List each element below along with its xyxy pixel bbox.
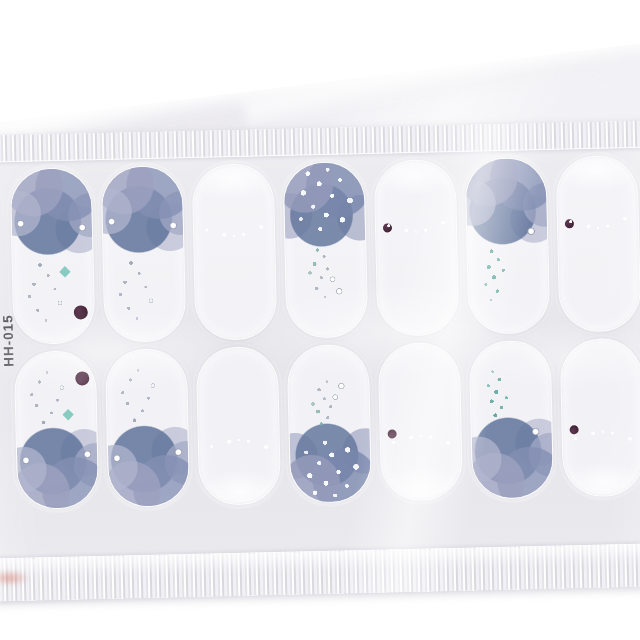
nail-sticker-r1c7 [555, 155, 640, 333]
pink-smudge [0, 570, 30, 586]
nail-sticker-r2c3 [196, 346, 282, 506]
nail-sticker-r1c4 [282, 161, 368, 339]
plum-dot-accent [565, 219, 574, 228]
nail-sticker-r2c4 [287, 344, 373, 504]
plum-dot-accent [570, 425, 579, 434]
nail-sticker-r2c6 [469, 340, 555, 500]
nail-sticker-r1c5 [373, 159, 459, 337]
nail-sticker-r1c2 [101, 165, 187, 343]
nail-sticker-r2c1 [14, 350, 100, 510]
nail-sticker-r2c7 [560, 338, 640, 498]
plum-dot-accent [388, 429, 397, 438]
nail-sticker-sheet: HH-015 [0, 121, 640, 602]
nail-sticker-r2c5 [378, 342, 464, 502]
plum-dot-accent [73, 306, 87, 320]
nail-sticker-r1c6 [464, 157, 550, 335]
nail-sticker-r2c2 [105, 348, 191, 508]
plum-dot-accent [75, 372, 89, 386]
product-photo: HH-015 [0, 0, 640, 640]
teal-diamond-accent [59, 266, 70, 277]
nail-sticker-r1c1 [10, 167, 96, 345]
teal-diamond-accent [63, 409, 74, 420]
nail-sticker-r1c3 [192, 163, 278, 341]
plum-dot-accent [383, 223, 392, 232]
sticker-grid [10, 155, 640, 510]
